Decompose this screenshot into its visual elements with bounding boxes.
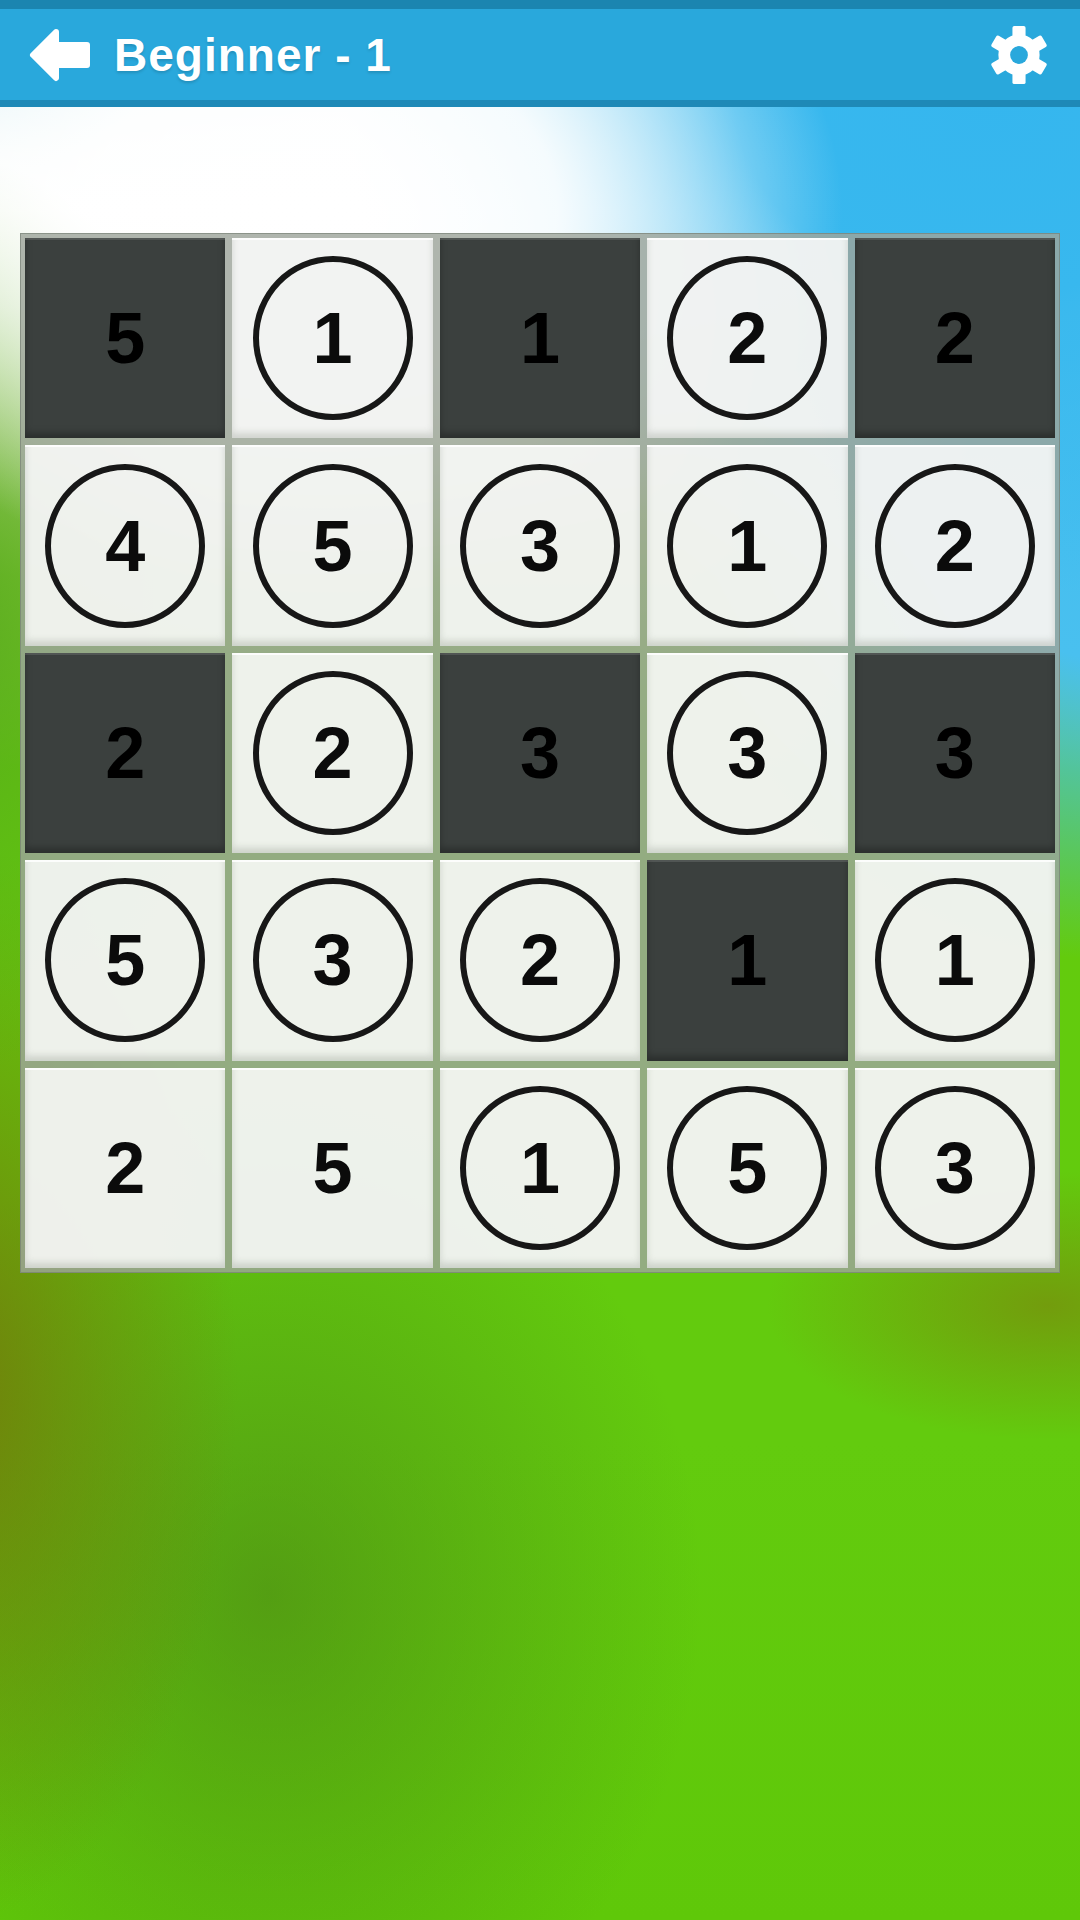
cell-r1c3[interactable]: 1: [440, 238, 640, 438]
cell-r4c4[interactable]: 1: [647, 860, 847, 1060]
cell-number: 2: [935, 510, 975, 582]
cell-number: 4: [105, 510, 145, 582]
back-button[interactable]: [28, 27, 92, 83]
cell-r2c5[interactable]: 2: [855, 445, 1055, 645]
cell-number: 5: [313, 510, 353, 582]
cell-r5c4[interactable]: 5: [647, 1068, 847, 1268]
cell-r4c1[interactable]: 5: [25, 860, 225, 1060]
gear-icon: [989, 25, 1049, 85]
cell-r1c1[interactable]: 5: [25, 238, 225, 438]
cell-r5c2[interactable]: 5: [232, 1068, 432, 1268]
cell-r3c5[interactable]: 3: [855, 653, 1055, 853]
cell-r4c5[interactable]: 1: [855, 860, 1055, 1060]
status-bar: [0, 0, 1080, 9]
cell-r4c2[interactable]: 3: [232, 860, 432, 1060]
cell-number: 3: [935, 1132, 975, 1204]
cell-number: 3: [727, 717, 767, 789]
page-title: Beginner - 1: [114, 28, 988, 82]
cell-number: 5: [105, 924, 145, 996]
cell-r3c4[interactable]: 3: [647, 653, 847, 853]
cell-number: 2: [313, 717, 353, 789]
arrow-left-icon: [28, 27, 92, 83]
cell-number: 1: [520, 1132, 560, 1204]
cell-number: 2: [105, 1132, 145, 1204]
cell-r3c3[interactable]: 3: [440, 653, 640, 853]
board: 5112245312223335321125153: [20, 233, 1060, 1273]
cell-r4c3[interactable]: 2: [440, 860, 640, 1060]
cell-r2c4[interactable]: 1: [647, 445, 847, 645]
cell-r1c5[interactable]: 2: [855, 238, 1055, 438]
cell-number: 5: [105, 302, 145, 374]
cell-r5c1[interactable]: 2: [25, 1068, 225, 1268]
cell-number: 1: [727, 510, 767, 582]
cell-number: 2: [727, 302, 767, 374]
cell-number: 5: [313, 1132, 353, 1204]
cell-number: 2: [520, 924, 560, 996]
cell-r3c1[interactable]: 2: [25, 653, 225, 853]
cell-number: 3: [935, 717, 975, 789]
cell-number: 3: [520, 717, 560, 789]
cell-number: 3: [313, 924, 353, 996]
cell-r1c4[interactable]: 2: [647, 238, 847, 438]
cell-r2c3[interactable]: 3: [440, 445, 640, 645]
cell-r2c1[interactable]: 4: [25, 445, 225, 645]
cell-r3c2[interactable]: 2: [232, 653, 432, 853]
cell-r5c3[interactable]: 1: [440, 1068, 640, 1268]
cell-r1c2[interactable]: 1: [232, 238, 432, 438]
cell-number: 5: [727, 1132, 767, 1204]
cell-r2c2[interactable]: 5: [232, 445, 432, 645]
cell-number: 1: [727, 924, 767, 996]
cell-number: 2: [935, 302, 975, 374]
cell-number: 2: [105, 717, 145, 789]
cell-number: 3: [520, 510, 560, 582]
app-bar: Beginner - 1: [0, 9, 1080, 107]
settings-button[interactable]: [988, 24, 1050, 86]
cell-number: 1: [520, 302, 560, 374]
cell-number: 1: [313, 302, 353, 374]
cell-r5c5[interactable]: 3: [855, 1068, 1055, 1268]
cell-number: 1: [935, 924, 975, 996]
